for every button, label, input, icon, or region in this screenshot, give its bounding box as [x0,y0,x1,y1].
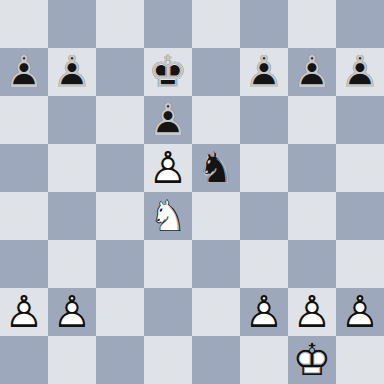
square-c8[interactable] [96,0,144,48]
piece-black-pawn[interactable]: ♟♙ [288,48,336,96]
square-a4[interactable] [0,192,48,240]
piece-white-pawn[interactable]: ♟♙ [288,288,336,336]
square-a7[interactable]: ♟♙ [0,48,48,96]
square-a8[interactable] [0,0,48,48]
square-e8[interactable] [192,0,240,48]
square-e3[interactable] [192,240,240,288]
square-f5[interactable] [240,144,288,192]
black-pawn-glyph-outline: ♙ [288,48,336,96]
piece-white-pawn[interactable]: ♟♙ [336,288,384,336]
square-f4[interactable] [240,192,288,240]
square-b3[interactable] [48,240,96,288]
piece-black-pawn[interactable]: ♟♙ [48,48,96,96]
square-e1[interactable] [192,336,240,384]
square-f2[interactable]: ♟♙ [240,288,288,336]
square-f7[interactable]: ♟♙ [240,48,288,96]
square-f8[interactable] [240,0,288,48]
square-d3[interactable] [144,240,192,288]
square-h8[interactable] [336,0,384,48]
piece-white-pawn[interactable]: ♟♙ [144,144,192,192]
piece-white-pawn[interactable]: ♟♙ [240,288,288,336]
white-king-glyph-outline: ♔ [288,336,336,384]
piece-black-pawn[interactable]: ♟♙ [144,96,192,144]
square-c4[interactable] [96,192,144,240]
white-pawn-glyph-outline: ♙ [0,288,48,336]
square-c2[interactable] [96,288,144,336]
piece-black-pawn[interactable]: ♟♙ [336,48,384,96]
square-h3[interactable] [336,240,384,288]
square-g2[interactable]: ♟♙ [288,288,336,336]
black-pawn-glyph-outline: ♙ [48,48,96,96]
square-c5[interactable] [96,144,144,192]
square-a2[interactable]: ♟♙ [0,288,48,336]
piece-white-king[interactable]: ♚♔ [288,336,336,384]
piece-white-pawn[interactable]: ♟♙ [0,288,48,336]
black-knight-glyph-outline: ♘ [192,144,240,192]
square-b1[interactable] [48,336,96,384]
black-pawn-glyph-outline: ♙ [144,96,192,144]
square-h7[interactable]: ♟♙ [336,48,384,96]
square-f1[interactable] [240,336,288,384]
square-h6[interactable] [336,96,384,144]
square-g3[interactable] [288,240,336,288]
piece-black-king[interactable]: ♚♔ [144,48,192,96]
square-g4[interactable] [288,192,336,240]
square-b8[interactable] [48,0,96,48]
square-f3[interactable] [240,240,288,288]
square-b7[interactable]: ♟♙ [48,48,96,96]
square-b6[interactable] [48,96,96,144]
black-pawn-glyph-outline: ♙ [336,48,384,96]
square-b4[interactable] [48,192,96,240]
square-e4[interactable] [192,192,240,240]
square-c7[interactable] [96,48,144,96]
square-d4[interactable]: ♞♘ [144,192,192,240]
square-c3[interactable] [96,240,144,288]
square-g8[interactable] [288,0,336,48]
white-pawn-glyph-outline: ♙ [336,288,384,336]
square-c6[interactable] [96,96,144,144]
square-e5[interactable]: ♞♘ [192,144,240,192]
square-a1[interactable] [0,336,48,384]
white-pawn-glyph-outline: ♙ [240,288,288,336]
square-h2[interactable]: ♟♙ [336,288,384,336]
square-a3[interactable] [0,240,48,288]
square-d7[interactable]: ♚♔ [144,48,192,96]
square-h1[interactable] [336,336,384,384]
black-king-glyph-outline: ♔ [144,48,192,96]
white-pawn-glyph-outline: ♙ [48,288,96,336]
square-d2[interactable] [144,288,192,336]
piece-black-pawn[interactable]: ♟♙ [240,48,288,96]
square-g6[interactable] [288,96,336,144]
square-d8[interactable] [144,0,192,48]
square-g7[interactable]: ♟♙ [288,48,336,96]
square-g1[interactable]: ♚♔ [288,336,336,384]
white-pawn-glyph-outline: ♙ [288,288,336,336]
square-e7[interactable] [192,48,240,96]
white-knight-glyph-outline: ♘ [144,192,192,240]
piece-black-pawn[interactable]: ♟♙ [0,48,48,96]
piece-black-knight[interactable]: ♞♘ [192,144,240,192]
chess-board: ♟♙♟♙♚♔♟♙♟♙♟♙♟♙♟♙♞♘♞♘♟♙♟♙♟♙♟♙♟♙♚♔ [0,0,384,384]
square-d5[interactable]: ♟♙ [144,144,192,192]
square-e6[interactable] [192,96,240,144]
square-a5[interactable] [0,144,48,192]
square-d1[interactable] [144,336,192,384]
square-c1[interactable] [96,336,144,384]
black-pawn-glyph-outline: ♙ [240,48,288,96]
piece-white-pawn[interactable]: ♟♙ [48,288,96,336]
square-f6[interactable] [240,96,288,144]
square-a6[interactable] [0,96,48,144]
square-b2[interactable]: ♟♙ [48,288,96,336]
square-g5[interactable] [288,144,336,192]
piece-white-knight[interactable]: ♞♘ [144,192,192,240]
square-d6[interactable]: ♟♙ [144,96,192,144]
square-h5[interactable] [336,144,384,192]
square-e2[interactable] [192,288,240,336]
square-h4[interactable] [336,192,384,240]
white-pawn-glyph-outline: ♙ [144,144,192,192]
black-pawn-glyph-outline: ♙ [0,48,48,96]
square-b5[interactable] [48,144,96,192]
